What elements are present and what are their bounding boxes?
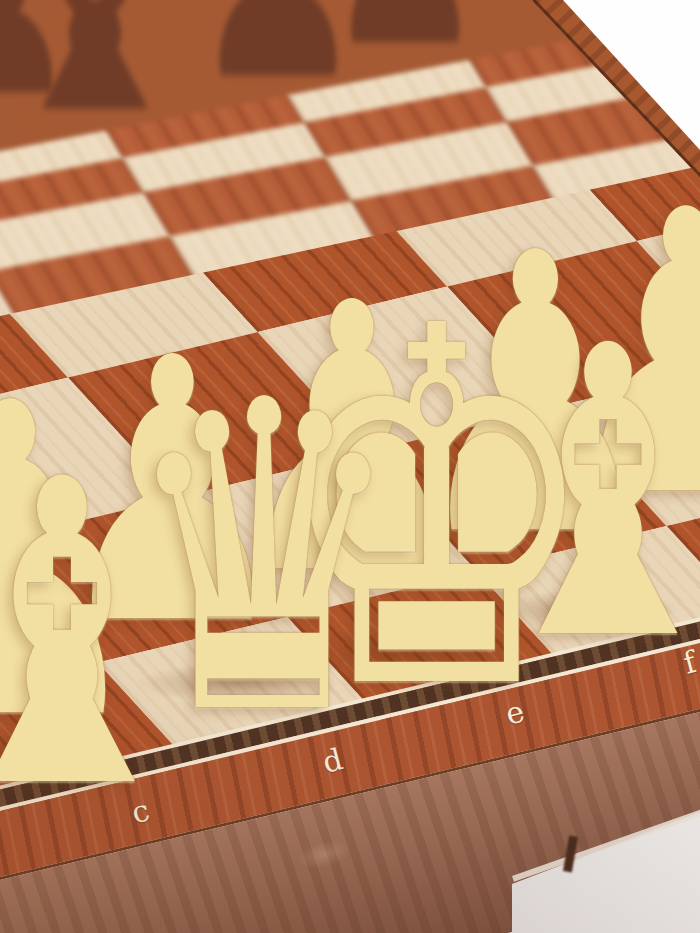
white-bishop-c1: ♝ xyxy=(0,426,217,846)
black-unclear-approx-f7: ♟ xyxy=(182,0,374,114)
black-unclear-approx-e7: ♝ xyxy=(0,0,206,155)
chess-photo-scene: cdef ♟♟♟♝♟♟♟♟♝♚♛♟♝ xyxy=(0,0,700,933)
